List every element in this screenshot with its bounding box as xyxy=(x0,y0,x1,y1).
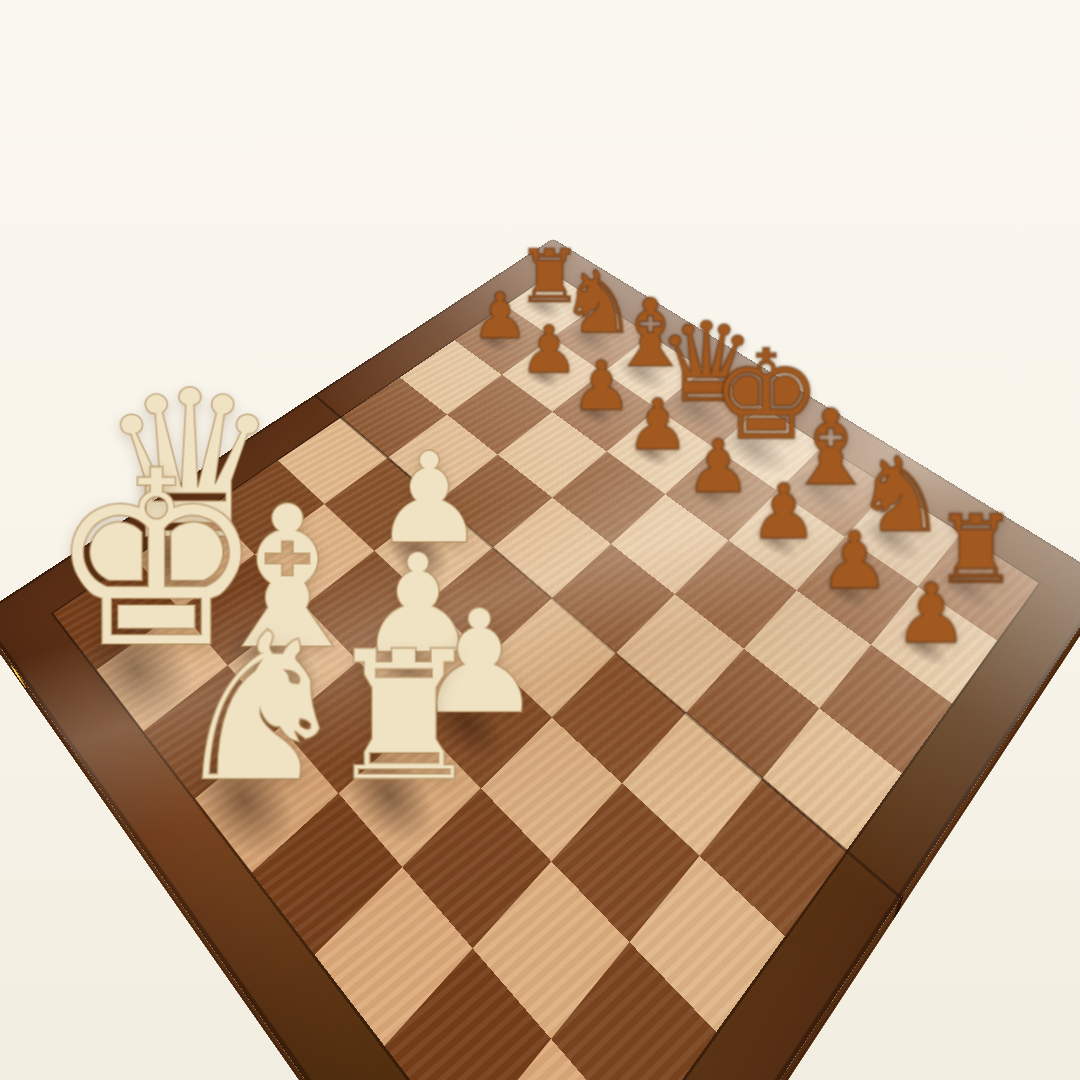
white-knight-d1[interactable]: ♞ xyxy=(74,606,445,811)
photo-background: ♜♞♝♛♚♝♞♜♟♟♟♟♟♟♟♟♟♟♟♛♝♜♚♞ xyxy=(0,0,1080,1080)
scene: ♜♞♝♛♚♝♞♜♟♟♟♟♟♟♟♟♟♟♟♛♝♜♚♞ xyxy=(0,0,1080,1080)
board-grid: ♜♞♝♛♚♝♞♜♟♟♟♟♟♟♟♟♟♟♟♛♝♜♚♞ xyxy=(54,273,1039,1080)
hinge-notch xyxy=(892,892,904,922)
chess-board: ♜♞♝♛♚♝♞♜♟♟♟♟♟♟♟♟♟♟♟♛♝♜♚♞ xyxy=(0,239,1080,1080)
black-pawn-h7[interactable]: ♟ xyxy=(764,573,1080,656)
